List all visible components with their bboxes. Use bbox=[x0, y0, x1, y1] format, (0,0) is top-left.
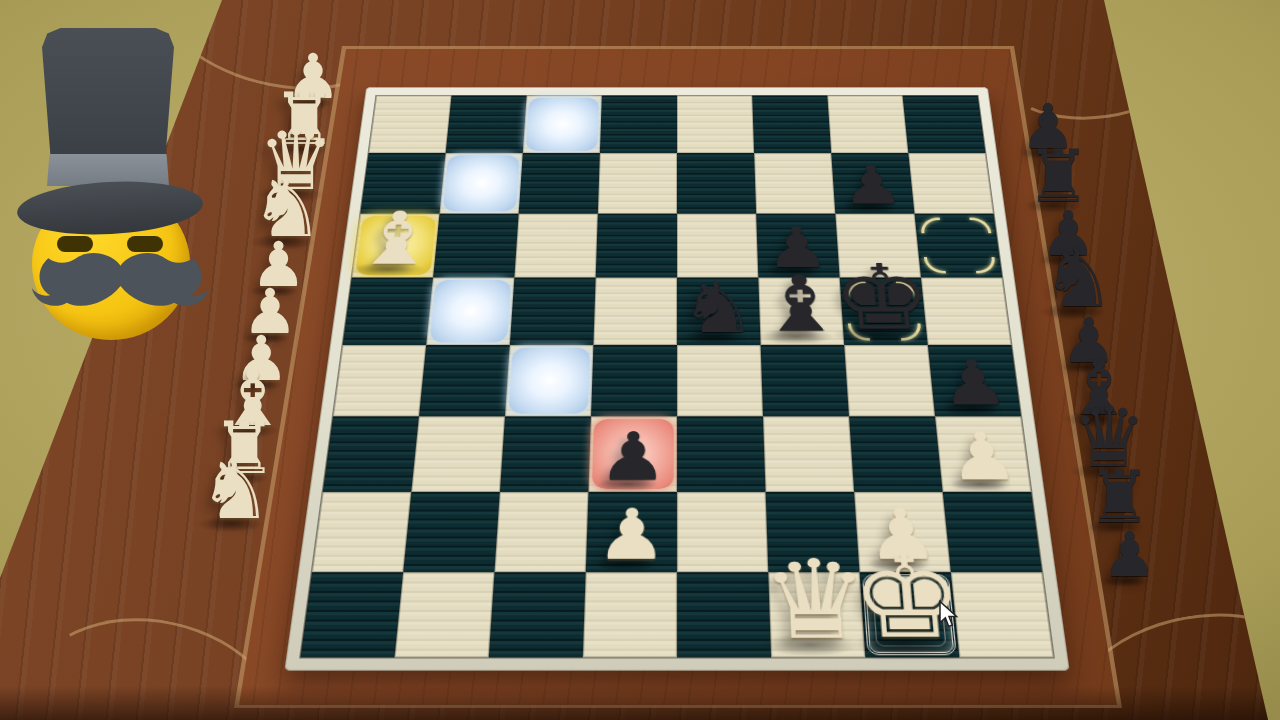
square-c1[interactable] bbox=[489, 572, 586, 657]
square-c7[interactable] bbox=[519, 153, 600, 214]
square-a3[interactable] bbox=[323, 416, 419, 492]
top-hat-crown bbox=[42, 28, 174, 166]
mouse-cursor bbox=[938, 600, 960, 630]
white-bishop[interactable]: ♝ bbox=[351, 203, 442, 276]
square-g8[interactable] bbox=[827, 96, 908, 154]
black-pawn[interactable]: ♟ bbox=[938, 352, 1012, 415]
captured-black-pawn: ♟ bbox=[1102, 524, 1158, 586]
square-b7[interactable] bbox=[440, 153, 523, 214]
game-window: ♟♝♟♞♝♚♟♟♟♟♟♛♚ ♟♜♛♞♟♟♟♝♜♞ ♟♜♟♞♟♝♛♜♟ bbox=[0, 0, 1280, 720]
square-b5[interactable] bbox=[426, 278, 514, 345]
square-b8[interactable] bbox=[446, 96, 527, 154]
square-b1[interactable] bbox=[395, 572, 495, 657]
mustache bbox=[28, 248, 213, 324]
square-c8[interactable] bbox=[523, 96, 602, 154]
square-d1[interactable] bbox=[583, 572, 677, 657]
square-c2[interactable] bbox=[494, 492, 588, 572]
board-squares[interactable]: ♟♝♟♞♝♚♟♟♟♟♟♛♚ bbox=[300, 96, 1053, 658]
mascot-top-hat-smiley bbox=[14, 2, 229, 342]
chess-board[interactable]: ♟♝♟♞♝♚♟♟♟♟♟♛♚ bbox=[284, 87, 1069, 671]
square-h8[interactable] bbox=[903, 96, 986, 154]
square-h3[interactable]: ♟ bbox=[935, 416, 1031, 492]
square-e8[interactable] bbox=[677, 96, 754, 154]
last-move-corner-mark bbox=[974, 257, 996, 273]
black-king[interactable]: ♚ bbox=[830, 253, 937, 343]
square-f3[interactable] bbox=[763, 416, 854, 492]
square-e1[interactable] bbox=[677, 572, 771, 657]
board-frame: ♟♝♟♞♝♚♟♟♟♟♟♛♚ bbox=[284, 87, 1069, 671]
square-d3[interactable]: ♟ bbox=[588, 416, 677, 492]
last-move-corner-mark bbox=[920, 218, 942, 234]
square-g3[interactable] bbox=[849, 416, 943, 492]
square-b2[interactable] bbox=[403, 492, 500, 572]
square-b6[interactable] bbox=[433, 214, 519, 278]
square-h5[interactable] bbox=[921, 278, 1011, 345]
square-h4[interactable]: ♟ bbox=[928, 345, 1021, 416]
last-move-corner-mark bbox=[969, 218, 991, 234]
square-a2[interactable] bbox=[312, 492, 411, 572]
square-a1[interactable] bbox=[300, 572, 403, 657]
square-c3[interactable] bbox=[500, 416, 591, 492]
square-e3[interactable] bbox=[677, 416, 766, 492]
black-pawn[interactable]: ♟ bbox=[598, 424, 668, 490]
white-pawn[interactable]: ♟ bbox=[596, 500, 668, 570]
square-d2[interactable]: ♟ bbox=[586, 492, 677, 572]
square-g7[interactable]: ♟ bbox=[831, 153, 914, 214]
square-h7[interactable] bbox=[908, 153, 993, 214]
black-knight[interactable]: ♞ bbox=[679, 273, 758, 344]
white-pawn[interactable]: ♟ bbox=[945, 424, 1021, 490]
square-f4[interactable] bbox=[761, 345, 849, 416]
square-c6[interactable] bbox=[514, 214, 597, 278]
square-a5[interactable] bbox=[343, 278, 433, 345]
square-e5[interactable]: ♞ bbox=[677, 278, 761, 345]
captured-white-knight: ♞ bbox=[199, 449, 273, 531]
square-c4[interactable] bbox=[505, 345, 593, 416]
square-d8[interactable] bbox=[600, 96, 677, 154]
square-a6[interactable]: ♝ bbox=[352, 214, 440, 278]
square-a4[interactable] bbox=[333, 345, 426, 416]
square-e4[interactable] bbox=[677, 345, 763, 416]
square-b3[interactable] bbox=[411, 416, 505, 492]
square-h1[interactable] bbox=[951, 572, 1054, 657]
square-e7[interactable] bbox=[677, 153, 756, 214]
square-f7[interactable] bbox=[754, 153, 835, 214]
square-a8[interactable] bbox=[369, 96, 452, 154]
square-g4[interactable] bbox=[844, 345, 935, 416]
square-d6[interactable] bbox=[596, 214, 677, 278]
white-king[interactable]: ♚ bbox=[848, 542, 969, 656]
square-b4[interactable] bbox=[419, 345, 510, 416]
black-pawn[interactable]: ♟ bbox=[840, 159, 906, 212]
square-d7[interactable] bbox=[598, 153, 677, 214]
square-d5[interactable] bbox=[593, 278, 677, 345]
square-g5[interactable]: ♚ bbox=[840, 278, 928, 345]
square-e2[interactable] bbox=[677, 492, 768, 572]
square-d4[interactable] bbox=[591, 345, 677, 416]
square-c5[interactable] bbox=[510, 278, 596, 345]
square-f8[interactable] bbox=[752, 96, 831, 154]
